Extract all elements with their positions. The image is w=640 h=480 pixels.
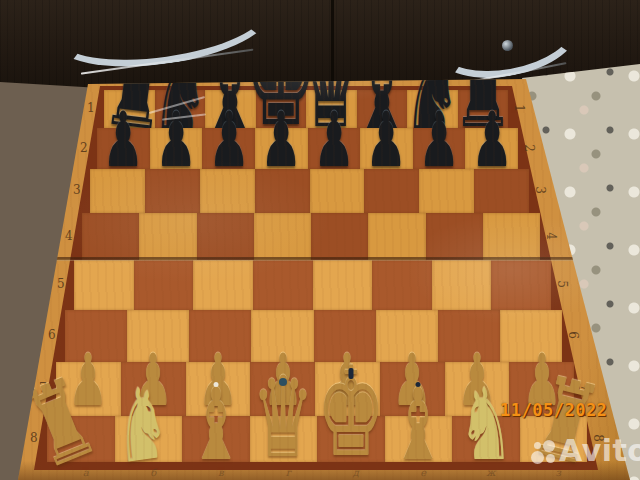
square-r8c6[interactable]: ♝ — [385, 416, 453, 462]
square-r3c7[interactable] — [419, 169, 474, 213]
piece-black-pawn[interactable]: ♟ — [260, 102, 302, 178]
piece-finial-dot — [416, 382, 421, 387]
piece-black-pawn[interactable]: ♟ — [155, 102, 197, 178]
piece-black-pawn[interactable]: ♟ — [471, 102, 513, 178]
square-r5c3[interactable] — [193, 260, 253, 310]
square-r8c5[interactable]: ♚ — [317, 416, 385, 462]
rank-label-left-4: 4 — [65, 229, 73, 243]
square-r4c3[interactable] — [197, 213, 254, 260]
square-r8c3[interactable]: ♝ — [182, 416, 250, 462]
file-label-3: в — [187, 468, 255, 478]
square-r3c6[interactable] — [364, 169, 419, 213]
square-r5c6[interactable] — [372, 260, 432, 310]
square-r8c1[interactable]: ♜ — [47, 416, 115, 462]
piece-white-knight[interactable]: ♞ — [458, 375, 513, 474]
file-label-1: а — [52, 468, 120, 478]
square-r3c1[interactable] — [90, 169, 145, 213]
square-r5c8[interactable] — [491, 260, 551, 310]
rank-label-right-5: 5 — [555, 280, 569, 288]
square-r3c5[interactable] — [310, 169, 365, 213]
file-label-8: з — [525, 468, 593, 478]
piece-black-pawn[interactable]: ♟ — [418, 102, 460, 178]
avito-brand-text: Avito — [559, 436, 640, 466]
file-label-4: г — [255, 468, 323, 478]
square-r2c8[interactable]: ♟ — [465, 128, 518, 169]
square-r2c5[interactable]: ♟ — [308, 128, 361, 169]
square-r8c7[interactable]: ♞ — [452, 416, 520, 462]
file-labels: абвгдежз — [52, 468, 592, 478]
square-r2c2[interactable]: ♟ — [150, 128, 203, 169]
board-rank-4: 44 — [82, 213, 540, 260]
board-rank-3: 33 — [90, 169, 529, 213]
square-r2c6[interactable]: ♟ — [360, 128, 413, 169]
square-r4c4[interactable] — [254, 213, 311, 260]
board-hinge-seam — [40, 257, 588, 261]
piece-black-pawn[interactable]: ♟ — [102, 102, 144, 178]
cabinet-handle-stud — [502, 40, 513, 51]
rank-label-left-2: 2 — [80, 141, 88, 155]
square-r5c1[interactable] — [74, 260, 134, 310]
rank-label-right-1: 1 — [512, 104, 526, 112]
rank-label-right-3: 3 — [533, 186, 547, 194]
piece-finial-dot — [348, 368, 353, 379]
file-label-6: е — [390, 468, 458, 478]
square-r3c3[interactable] — [200, 169, 255, 213]
board-rank-5: 55 — [74, 260, 551, 310]
square-r4c2[interactable] — [139, 213, 196, 260]
square-r8c2[interactable]: ♞ — [115, 416, 183, 462]
piece-finial-dot — [213, 382, 218, 387]
board-rank-8: ♜♞♝♛♚♝♞♜88 — [47, 416, 587, 462]
avito-watermark: Avito — [531, 436, 640, 468]
file-label-7: ж — [457, 468, 525, 478]
square-r5c2[interactable] — [134, 260, 194, 310]
piece-white-bishop[interactable]: ♝ — [391, 375, 446, 474]
rank-label-right-6: 6 — [566, 331, 580, 339]
rank-label-left-6: 6 — [48, 328, 56, 342]
square-r4c6[interactable] — [368, 213, 425, 260]
piece-black-pawn[interactable]: ♟ — [365, 102, 407, 178]
square-r5c5[interactable] — [313, 260, 373, 310]
photo-scene: ♜♞♝♚♛♝♞♜11♟♟♟♟♟♟♟♟2233445566♟♟♟♟♟♟♟♟77♜♞… — [0, 0, 640, 480]
square-r5c7[interactable] — [432, 260, 492, 310]
file-label-5: д — [322, 468, 390, 478]
piece-black-pawn[interactable]: ♟ — [207, 102, 249, 178]
rank-label-left-5: 5 — [57, 277, 65, 291]
square-r2c4[interactable]: ♟ — [255, 128, 308, 169]
square-r4c7[interactable] — [426, 213, 483, 260]
file-label-2: б — [120, 468, 188, 478]
square-r8c4[interactable]: ♛ — [250, 416, 318, 462]
square-r2c7[interactable]: ♟ — [413, 128, 466, 169]
board-rank-2: ♟♟♟♟♟♟♟♟22 — [97, 128, 518, 169]
rank-label-left-1: 1 — [87, 101, 95, 115]
square-r4c1[interactable] — [82, 213, 139, 260]
square-r4c5[interactable] — [311, 213, 368, 260]
piece-white-bishop[interactable]: ♝ — [188, 375, 243, 474]
square-r2c1[interactable]: ♟ — [97, 128, 150, 169]
square-r4c8[interactable] — [483, 213, 540, 260]
square-r3c4[interactable] — [255, 169, 310, 213]
piece-finial-dot — [279, 378, 287, 386]
square-r2c3[interactable]: ♟ — [202, 128, 255, 169]
rank-label-left-3: 3 — [73, 183, 81, 197]
avito-logo-icon — [531, 440, 559, 468]
rank-label-left-8: 8 — [30, 431, 38, 445]
rank-label-right-4: 4 — [544, 232, 558, 240]
rank-label-right-2: 2 — [522, 144, 536, 152]
square-r5c4[interactable] — [253, 260, 313, 310]
date-stamp: 11/05/2022 — [500, 400, 607, 420]
piece-black-pawn[interactable]: ♟ — [313, 102, 355, 178]
square-r3c2[interactable] — [145, 169, 200, 213]
square-r3c8[interactable] — [474, 169, 529, 213]
